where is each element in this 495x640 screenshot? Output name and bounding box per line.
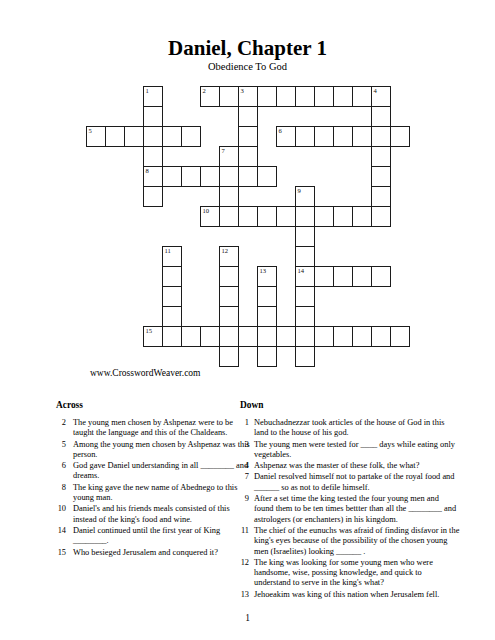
grid-cell-r12c10[interactable]: [276, 326, 296, 347]
grid-cell-r11c7[interactable]: [219, 306, 239, 327]
grid-cell-r10c9[interactable]: [257, 286, 277, 307]
down-clue-list: 1Nebuchadnezzar took articles of the hou…: [240, 418, 460, 600]
across-clue-6: 6God gave Daniel understanding in all __…: [56, 461, 251, 482]
cell-number-4: 4: [374, 87, 377, 95]
grid-cell-r11c9[interactable]: [257, 306, 277, 327]
across-clue-text: Who besieged Jerusalem and conquered it?: [73, 548, 251, 558]
grid-cell-r12c13[interactable]: [333, 326, 353, 347]
page-subtitle: Obedience To God: [0, 61, 495, 72]
across-clue-text: Daniel continued until the first year of…: [73, 526, 251, 547]
grid-cell-r3c3[interactable]: [143, 146, 163, 167]
grid-cell-r10c11[interactable]: [295, 286, 315, 307]
grid-cell-r12c11[interactable]: [295, 326, 315, 347]
grid-cell-r0c13[interactable]: [333, 86, 353, 107]
grid-cell-r2c0[interactable]: 5: [86, 126, 106, 147]
down-clue-number: 13: [240, 590, 249, 600]
grid-cell-r6c9[interactable]: [257, 206, 277, 227]
grid-cell-r2c15[interactable]: [371, 126, 391, 147]
grid-cell-r11c4[interactable]: [162, 306, 182, 327]
across-clue-text: The young men chosen by Ashpenaz were to…: [73, 418, 251, 439]
grid-cell-r2c5[interactable]: [181, 126, 201, 147]
grid-cell-r9c14[interactable]: [352, 266, 372, 287]
down-header: Down: [240, 400, 460, 410]
across-clue-text: Among the young men chosen by Ashpenaz w…: [73, 440, 251, 461]
cell-number-5: 5: [89, 127, 92, 135]
grid-cell-r12c9[interactable]: [257, 326, 277, 347]
grid-cell-r5c7[interactable]: [219, 186, 239, 207]
website-link[interactable]: www.CrosswordWeaver.com: [90, 368, 200, 378]
grid-cell-r4c5[interactable]: [181, 166, 201, 187]
cell-number-12: 12: [222, 247, 229, 255]
down-clue-text: Nebuchadnezzar took articles of the hous…: [254, 418, 460, 439]
grid-cell-r13c7[interactable]: [219, 346, 239, 367]
grid-cell-r6c12[interactable]: [314, 206, 334, 227]
grid-cell-r8c4[interactable]: 11: [162, 246, 182, 267]
grid-cell-r9c13[interactable]: [333, 266, 353, 287]
across-clue-text: Daniel's and his friends meals consisted…: [73, 504, 251, 525]
grid-cell-r0c9[interactable]: [257, 86, 277, 107]
grid-cell-r5c11[interactable]: 9: [295, 186, 315, 207]
across-clue-10: 10Daniel's and his friends meals consist…: [56, 504, 251, 525]
grid-cell-r0c12[interactable]: [314, 86, 334, 107]
cell-number-13: 13: [260, 267, 267, 275]
cell-number-11: 11: [165, 247, 171, 255]
grid-cell-r2c16[interactable]: [390, 126, 410, 147]
down-clue-text: The young men were tested for ____ days …: [254, 440, 460, 461]
down-clue-1: 1Nebuchadnezzar took articles of the hou…: [240, 418, 460, 439]
grid-cell-r4c15[interactable]: [371, 166, 391, 187]
down-clue-4: 4Ashpenaz was the master of these folk, …: [240, 461, 460, 471]
grid-cell-r6c7[interactable]: [219, 206, 239, 227]
cell-number-8: 8: [146, 167, 149, 175]
down-clue-text: The king was looking for some young men …: [254, 558, 460, 589]
grid-cell-r2c2[interactable]: [124, 126, 144, 147]
grid-cell-r12c12[interactable]: [314, 326, 334, 347]
grid-cell-r9c12[interactable]: [314, 266, 334, 287]
grid-cell-r0c15[interactable]: 4: [371, 86, 391, 107]
grid-cell-r5c3[interactable]: [143, 186, 163, 207]
grid-cell-r4c7[interactable]: [219, 166, 239, 187]
grid-cell-r3c15[interactable]: [371, 146, 391, 167]
grid-cell-r12c4[interactable]: [162, 326, 182, 347]
grid-cell-r12c16[interactable]: [390, 326, 410, 347]
down-clue-number: 4: [240, 461, 249, 471]
grid-cell-r8c7[interactable]: 12: [219, 246, 239, 267]
puzzle-page: { "game": "crossword", "page": { "title"…: [0, 0, 495, 640]
grid-cell-r4c8[interactable]: [238, 166, 258, 187]
cell-number-14: 14: [298, 267, 305, 275]
crossword-grid: 123456789101112131415: [86, 86, 411, 368]
grid-cell-r8c11[interactable]: [295, 246, 315, 267]
grid-cell-r2c4[interactable]: [162, 126, 182, 147]
cell-number-2: 2: [203, 87, 206, 95]
cell-number-6: 6: [279, 127, 282, 135]
down-clue-3: 3The young men were tested for ____ days…: [240, 440, 460, 461]
cell-number-7: 7: [222, 147, 225, 155]
down-clue-number: 12: [240, 558, 249, 589]
grid-cell-r12c5[interactable]: [181, 326, 201, 347]
grid-cell-r4c4[interactable]: [162, 166, 182, 187]
grid-cell-r0c6[interactable]: 2: [200, 86, 220, 107]
grid-cell-r9c15[interactable]: [371, 266, 391, 287]
grid-cell-r2c12[interactable]: [314, 126, 334, 147]
across-clue-8: 8The king gave the new name of Abednego …: [56, 483, 251, 504]
across-clue-number: 8: [56, 483, 66, 504]
grid-cell-r7c11[interactable]: [295, 226, 315, 247]
across-section: Across 2The young men chosen by Ashpenaz…: [56, 400, 251, 559]
grid-cell-r4c3[interactable]: 8: [143, 166, 163, 187]
across-clue-5: 5Among the young men chosen by Ashpenaz …: [56, 440, 251, 461]
grid-cell-r3c7[interactable]: 7: [219, 146, 239, 167]
down-clue-text: After a set time the king tested the fou…: [254, 494, 460, 525]
across-clue-number: 14: [56, 526, 66, 547]
across-clue-number: 10: [56, 504, 66, 525]
across-header: Across: [56, 400, 251, 410]
down-clue-text: The chief of the eunuchs was afraid of f…: [254, 526, 460, 557]
grid-cell-r4c6[interactable]: [200, 166, 220, 187]
grid-cell-r0c11[interactable]: [295, 86, 315, 107]
grid-cell-r2c10[interactable]: 6: [276, 126, 296, 147]
down-clue-number: 3: [240, 440, 249, 461]
grid-cell-r13c9[interactable]: [257, 346, 277, 367]
grid-cell-r10c4[interactable]: [162, 286, 182, 307]
down-clue-number: 11: [240, 526, 249, 557]
page-number: 1: [0, 613, 495, 623]
down-clue-number: 1: [240, 418, 249, 439]
across-clue-14: 14Daniel continued until the first year …: [56, 526, 251, 547]
grid-cell-r0c14[interactable]: [352, 86, 372, 107]
grid-cell-r2c3[interactable]: [143, 126, 163, 147]
down-clue-text: Daniel resolved himself not to partake o…: [254, 472, 460, 493]
across-clue-15: 15Who besieged Jerusalem and conquered i…: [56, 548, 251, 558]
grid-cell-r6c15[interactable]: [371, 206, 391, 227]
down-clue-11: 11The chief of the eunuchs was afraid of…: [240, 526, 460, 557]
across-clue-number: 5: [56, 440, 66, 461]
grid-cell-r6c8[interactable]: [238, 206, 258, 227]
grid-cell-r3c8[interactable]: [238, 146, 258, 167]
grid-cell-r12c8[interactable]: [238, 326, 258, 347]
grid-cell-r2c11[interactable]: [295, 126, 315, 147]
grid-cell-r13c11[interactable]: [295, 346, 315, 367]
page-title: Daniel, Chapter 1: [0, 36, 495, 61]
grid-cell-r1c3[interactable]: [143, 106, 163, 127]
across-clue-number: 2: [56, 418, 66, 439]
grid-cell-r12c15[interactable]: [371, 326, 391, 347]
across-clue-text: The king gave the new name of Abednego t…: [73, 483, 251, 504]
down-clue-text: Jehoeakim was king of this nation when J…: [254, 590, 460, 600]
grid-cell-r4c9[interactable]: [257, 166, 277, 187]
cell-number-9: 9: [298, 187, 301, 195]
down-clue-7: 7Daniel resolved himself not to partake …: [240, 472, 460, 493]
grid-cell-r6c14[interactable]: [352, 206, 372, 227]
cell-number-1: 1: [146, 87, 149, 95]
grid-cell-r0c7[interactable]: [219, 86, 239, 107]
down-section: Down 1Nebuchadnezzar took articles of th…: [240, 400, 460, 601]
cell-number-3: 3: [241, 87, 244, 95]
down-clue-number: 9: [240, 494, 249, 525]
grid-cell-r0c3[interactable]: 1: [143, 86, 163, 107]
cell-number-15: 15: [146, 327, 153, 335]
grid-cell-r1c15[interactable]: [371, 106, 391, 127]
grid-cell-r12c3[interactable]: 15: [143, 326, 163, 347]
grid-cell-r2c8[interactable]: [238, 126, 258, 147]
cell-number-10: 10: [203, 207, 210, 215]
grid-cell-r6c13[interactable]: [333, 206, 353, 227]
across-clue-number: 6: [56, 461, 66, 482]
grid-cell-r10c7[interactable]: [219, 286, 239, 307]
grid-cell-r12c7[interactable]: [219, 326, 239, 347]
down-clue-number: 7: [240, 472, 249, 493]
grid-cell-r11c11[interactable]: [295, 306, 315, 327]
grid-cell-r0c8[interactable]: 3: [238, 86, 258, 107]
grid-cell-r2c1[interactable]: [105, 126, 125, 147]
grid-cell-r9c4[interactable]: [162, 266, 182, 287]
grid-cell-r6c10[interactable]: [276, 206, 296, 227]
across-clue-number: 15: [56, 548, 66, 558]
grid-cell-r9c7[interactable]: [219, 266, 239, 287]
grid-cell-r9c9[interactable]: 13: [257, 266, 277, 287]
grid-cell-r12c6[interactable]: [200, 326, 220, 347]
grid-cell-r5c15[interactable]: [371, 186, 391, 207]
grid-cell-r2c14[interactable]: [352, 126, 372, 147]
grid-cell-r6c6[interactable]: 10: [200, 206, 220, 227]
grid-cell-r2c13[interactable]: [333, 126, 353, 147]
grid-cell-r6c11[interactable]: [295, 206, 315, 227]
grid-cell-r12c14[interactable]: [352, 326, 372, 347]
down-clue-9: 9After a set time the king tested the fo…: [240, 494, 460, 525]
across-clue-text: God gave Daniel understanding in all ___…: [73, 461, 251, 482]
grid-cell-r1c8[interactable]: [238, 106, 258, 127]
across-clue-list: 2The young men chosen by Ashpenaz were t…: [56, 418, 251, 558]
grid-cell-r0c10[interactable]: [276, 86, 296, 107]
down-clue-text: Ashpenaz was the master of these folk, t…: [254, 461, 460, 471]
down-clue-12: 12The king was looking for some young me…: [240, 558, 460, 589]
down-clue-13: 13Jehoeakim was king of this nation when…: [240, 590, 460, 600]
grid-cell-r9c11[interactable]: 14: [295, 266, 315, 287]
across-clue-2: 2The young men chosen by Ashpenaz were t…: [56, 418, 251, 439]
